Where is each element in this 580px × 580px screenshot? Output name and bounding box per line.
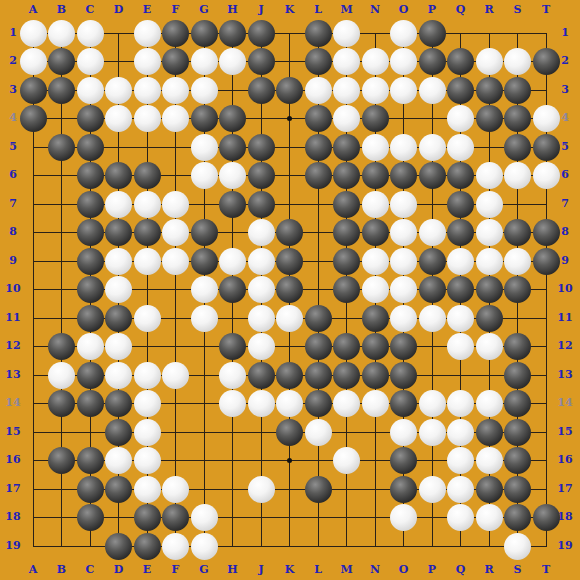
intersection-K3[interactable] bbox=[275, 76, 304, 105]
intersection-G5[interactable] bbox=[190, 133, 219, 162]
intersection-P16[interactable] bbox=[418, 446, 447, 475]
intersection-F6[interactable] bbox=[161, 161, 190, 190]
intersection-Q5[interactable] bbox=[446, 133, 475, 162]
intersection-D17[interactable] bbox=[104, 475, 133, 504]
intersection-G15[interactable] bbox=[190, 418, 219, 447]
intersection-J12[interactable] bbox=[247, 332, 276, 361]
intersection-O7[interactable] bbox=[389, 190, 418, 219]
intersection-E6[interactable] bbox=[133, 161, 162, 190]
intersection-O15[interactable] bbox=[389, 418, 418, 447]
intersection-E1[interactable] bbox=[133, 19, 162, 48]
intersection-Q4[interactable] bbox=[446, 104, 475, 133]
intersection-D4[interactable] bbox=[104, 104, 133, 133]
intersection-F16[interactable] bbox=[161, 446, 190, 475]
intersection-R17[interactable] bbox=[475, 475, 504, 504]
intersection-B19[interactable] bbox=[47, 532, 76, 561]
intersection-A11[interactable] bbox=[19, 304, 48, 333]
intersection-N9[interactable] bbox=[361, 247, 390, 276]
intersection-J11[interactable] bbox=[247, 304, 276, 333]
intersection-O2[interactable] bbox=[389, 47, 418, 76]
intersection-O12[interactable] bbox=[389, 332, 418, 361]
intersection-O19[interactable] bbox=[389, 532, 418, 561]
intersection-D8[interactable] bbox=[104, 218, 133, 247]
intersection-J7[interactable] bbox=[247, 190, 276, 219]
intersection-Q15[interactable] bbox=[446, 418, 475, 447]
intersection-M18[interactable] bbox=[332, 503, 361, 532]
intersection-C14[interactable] bbox=[76, 389, 105, 418]
intersection-A8[interactable] bbox=[19, 218, 48, 247]
intersection-P3[interactable] bbox=[418, 76, 447, 105]
intersection-C17[interactable] bbox=[76, 475, 105, 504]
intersection-S10[interactable] bbox=[503, 275, 532, 304]
intersection-O1[interactable] bbox=[389, 19, 418, 48]
intersection-S11[interactable] bbox=[503, 304, 532, 333]
intersection-Q16[interactable] bbox=[446, 446, 475, 475]
intersection-T15[interactable] bbox=[532, 418, 561, 447]
intersection-M9[interactable] bbox=[332, 247, 361, 276]
intersection-L5[interactable] bbox=[304, 133, 333, 162]
intersection-N6[interactable] bbox=[361, 161, 390, 190]
intersection-H7[interactable] bbox=[218, 190, 247, 219]
intersection-K13[interactable] bbox=[275, 361, 304, 390]
intersection-R8[interactable] bbox=[475, 218, 504, 247]
intersection-A10[interactable] bbox=[19, 275, 48, 304]
intersection-Q10[interactable] bbox=[446, 275, 475, 304]
intersection-K17[interactable] bbox=[275, 475, 304, 504]
intersection-S3[interactable] bbox=[503, 76, 532, 105]
intersection-N10[interactable] bbox=[361, 275, 390, 304]
intersection-C5[interactable] bbox=[76, 133, 105, 162]
intersection-A6[interactable] bbox=[19, 161, 48, 190]
intersection-C8[interactable] bbox=[76, 218, 105, 247]
intersection-A12[interactable] bbox=[19, 332, 48, 361]
intersection-N2[interactable] bbox=[361, 47, 390, 76]
intersection-E2[interactable] bbox=[133, 47, 162, 76]
intersection-M8[interactable] bbox=[332, 218, 361, 247]
intersection-P19[interactable] bbox=[418, 532, 447, 561]
intersection-K7[interactable] bbox=[275, 190, 304, 219]
intersection-P8[interactable] bbox=[418, 218, 447, 247]
intersection-T13[interactable] bbox=[532, 361, 561, 390]
intersection-O5[interactable] bbox=[389, 133, 418, 162]
intersection-K1[interactable] bbox=[275, 19, 304, 48]
intersection-A2[interactable] bbox=[19, 47, 48, 76]
intersection-M10[interactable] bbox=[332, 275, 361, 304]
intersection-J2[interactable] bbox=[247, 47, 276, 76]
intersection-J3[interactable] bbox=[247, 76, 276, 105]
intersection-S4[interactable] bbox=[503, 104, 532, 133]
intersection-L8[interactable] bbox=[304, 218, 333, 247]
intersection-N7[interactable] bbox=[361, 190, 390, 219]
intersection-P12[interactable] bbox=[418, 332, 447, 361]
intersection-R7[interactable] bbox=[475, 190, 504, 219]
intersection-T4[interactable] bbox=[532, 104, 561, 133]
intersection-F12[interactable] bbox=[161, 332, 190, 361]
intersection-F14[interactable] bbox=[161, 389, 190, 418]
intersection-P18[interactable] bbox=[418, 503, 447, 532]
intersection-J17[interactable] bbox=[247, 475, 276, 504]
intersection-L2[interactable] bbox=[304, 47, 333, 76]
intersection-J19[interactable] bbox=[247, 532, 276, 561]
intersection-C18[interactable] bbox=[76, 503, 105, 532]
intersection-C19[interactable] bbox=[76, 532, 105, 561]
intersection-C7[interactable] bbox=[76, 190, 105, 219]
intersection-N14[interactable] bbox=[361, 389, 390, 418]
intersection-J5[interactable] bbox=[247, 133, 276, 162]
intersection-R4[interactable] bbox=[475, 104, 504, 133]
intersection-P13[interactable] bbox=[418, 361, 447, 390]
intersection-D3[interactable] bbox=[104, 76, 133, 105]
intersection-K15[interactable] bbox=[275, 418, 304, 447]
intersection-D9[interactable] bbox=[104, 247, 133, 276]
intersection-E18[interactable] bbox=[133, 503, 162, 532]
intersection-M11[interactable] bbox=[332, 304, 361, 333]
intersection-T2[interactable] bbox=[532, 47, 561, 76]
intersection-T17[interactable] bbox=[532, 475, 561, 504]
intersection-O3[interactable] bbox=[389, 76, 418, 105]
intersection-H16[interactable] bbox=[218, 446, 247, 475]
intersection-R1[interactable] bbox=[475, 19, 504, 48]
intersection-T12[interactable] bbox=[532, 332, 561, 361]
intersection-E10[interactable] bbox=[133, 275, 162, 304]
intersection-E3[interactable] bbox=[133, 76, 162, 105]
intersection-C1[interactable] bbox=[76, 19, 105, 48]
intersection-H10[interactable] bbox=[218, 275, 247, 304]
intersection-J15[interactable] bbox=[247, 418, 276, 447]
intersection-M17[interactable] bbox=[332, 475, 361, 504]
intersection-N11[interactable] bbox=[361, 304, 390, 333]
intersection-R19[interactable] bbox=[475, 532, 504, 561]
intersection-D18[interactable] bbox=[104, 503, 133, 532]
intersection-A4[interactable] bbox=[19, 104, 48, 133]
intersection-C9[interactable] bbox=[76, 247, 105, 276]
intersection-F10[interactable] bbox=[161, 275, 190, 304]
intersection-H5[interactable] bbox=[218, 133, 247, 162]
intersection-B16[interactable] bbox=[47, 446, 76, 475]
intersection-O8[interactable] bbox=[389, 218, 418, 247]
intersection-R13[interactable] bbox=[475, 361, 504, 390]
intersection-L19[interactable] bbox=[304, 532, 333, 561]
intersection-K9[interactable] bbox=[275, 247, 304, 276]
intersection-S5[interactable] bbox=[503, 133, 532, 162]
intersection-K14[interactable] bbox=[275, 389, 304, 418]
intersection-E7[interactable] bbox=[133, 190, 162, 219]
intersection-D16[interactable] bbox=[104, 446, 133, 475]
intersection-R12[interactable] bbox=[475, 332, 504, 361]
intersection-E4[interactable] bbox=[133, 104, 162, 133]
intersection-D2[interactable] bbox=[104, 47, 133, 76]
intersection-J10[interactable] bbox=[247, 275, 276, 304]
intersection-E19[interactable] bbox=[133, 532, 162, 561]
intersection-H13[interactable] bbox=[218, 361, 247, 390]
intersection-L11[interactable] bbox=[304, 304, 333, 333]
intersection-F15[interactable] bbox=[161, 418, 190, 447]
intersection-S8[interactable] bbox=[503, 218, 532, 247]
intersection-L15[interactable] bbox=[304, 418, 333, 447]
intersection-G16[interactable] bbox=[190, 446, 219, 475]
intersection-B6[interactable] bbox=[47, 161, 76, 190]
intersection-B8[interactable] bbox=[47, 218, 76, 247]
intersection-N4[interactable] bbox=[361, 104, 390, 133]
intersection-L10[interactable] bbox=[304, 275, 333, 304]
intersection-O4[interactable] bbox=[389, 104, 418, 133]
intersection-M14[interactable] bbox=[332, 389, 361, 418]
intersection-B4[interactable] bbox=[47, 104, 76, 133]
intersection-D10[interactable] bbox=[104, 275, 133, 304]
intersection-S9[interactable] bbox=[503, 247, 532, 276]
intersection-P15[interactable] bbox=[418, 418, 447, 447]
intersection-Q3[interactable] bbox=[446, 76, 475, 105]
intersection-G7[interactable] bbox=[190, 190, 219, 219]
intersection-M15[interactable] bbox=[332, 418, 361, 447]
intersection-K2[interactable] bbox=[275, 47, 304, 76]
intersection-G18[interactable] bbox=[190, 503, 219, 532]
intersection-C16[interactable] bbox=[76, 446, 105, 475]
intersection-B12[interactable] bbox=[47, 332, 76, 361]
intersection-L1[interactable] bbox=[304, 19, 333, 48]
intersection-S16[interactable] bbox=[503, 446, 532, 475]
intersection-O9[interactable] bbox=[389, 247, 418, 276]
intersection-K12[interactable] bbox=[275, 332, 304, 361]
intersection-Q6[interactable] bbox=[446, 161, 475, 190]
intersection-Q14[interactable] bbox=[446, 389, 475, 418]
intersection-T11[interactable] bbox=[532, 304, 561, 333]
intersection-M2[interactable] bbox=[332, 47, 361, 76]
intersection-P11[interactable] bbox=[418, 304, 447, 333]
intersection-J13[interactable] bbox=[247, 361, 276, 390]
intersection-H2[interactable] bbox=[218, 47, 247, 76]
intersection-J16[interactable] bbox=[247, 446, 276, 475]
intersection-C11[interactable] bbox=[76, 304, 105, 333]
intersection-P10[interactable] bbox=[418, 275, 447, 304]
intersection-N12[interactable] bbox=[361, 332, 390, 361]
intersection-T19[interactable] bbox=[532, 532, 561, 561]
intersection-S15[interactable] bbox=[503, 418, 532, 447]
intersection-N3[interactable] bbox=[361, 76, 390, 105]
intersection-M16[interactable] bbox=[332, 446, 361, 475]
intersection-E14[interactable] bbox=[133, 389, 162, 418]
intersection-G11[interactable] bbox=[190, 304, 219, 333]
intersection-D19[interactable] bbox=[104, 532, 133, 561]
intersection-Q11[interactable] bbox=[446, 304, 475, 333]
intersection-E16[interactable] bbox=[133, 446, 162, 475]
intersection-H8[interactable] bbox=[218, 218, 247, 247]
intersection-L3[interactable] bbox=[304, 76, 333, 105]
intersection-A17[interactable] bbox=[19, 475, 48, 504]
intersection-L13[interactable] bbox=[304, 361, 333, 390]
intersection-L4[interactable] bbox=[304, 104, 333, 133]
intersection-J14[interactable] bbox=[247, 389, 276, 418]
intersection-O14[interactable] bbox=[389, 389, 418, 418]
intersection-H18[interactable] bbox=[218, 503, 247, 532]
intersection-P5[interactable] bbox=[418, 133, 447, 162]
intersection-L16[interactable] bbox=[304, 446, 333, 475]
intersection-G10[interactable] bbox=[190, 275, 219, 304]
intersection-G19[interactable] bbox=[190, 532, 219, 561]
intersection-R9[interactable] bbox=[475, 247, 504, 276]
intersection-Q1[interactable] bbox=[446, 19, 475, 48]
intersection-B18[interactable] bbox=[47, 503, 76, 532]
intersection-L6[interactable] bbox=[304, 161, 333, 190]
intersection-R2[interactable] bbox=[475, 47, 504, 76]
intersection-F5[interactable] bbox=[161, 133, 190, 162]
intersection-H4[interactable] bbox=[218, 104, 247, 133]
intersection-F3[interactable] bbox=[161, 76, 190, 105]
intersection-E17[interactable] bbox=[133, 475, 162, 504]
intersection-B11[interactable] bbox=[47, 304, 76, 333]
intersection-G6[interactable] bbox=[190, 161, 219, 190]
intersection-J9[interactable] bbox=[247, 247, 276, 276]
intersection-D15[interactable] bbox=[104, 418, 133, 447]
intersection-R16[interactable] bbox=[475, 446, 504, 475]
intersection-R5[interactable] bbox=[475, 133, 504, 162]
intersection-E9[interactable] bbox=[133, 247, 162, 276]
intersection-S6[interactable] bbox=[503, 161, 532, 190]
intersection-A19[interactable] bbox=[19, 532, 48, 561]
intersection-S2[interactable] bbox=[503, 47, 532, 76]
intersection-J4[interactable] bbox=[247, 104, 276, 133]
intersection-E8[interactable] bbox=[133, 218, 162, 247]
intersection-Q12[interactable] bbox=[446, 332, 475, 361]
intersection-O6[interactable] bbox=[389, 161, 418, 190]
intersection-G2[interactable] bbox=[190, 47, 219, 76]
intersection-Q9[interactable] bbox=[446, 247, 475, 276]
intersection-A7[interactable] bbox=[19, 190, 48, 219]
intersection-L17[interactable] bbox=[304, 475, 333, 504]
intersection-N13[interactable] bbox=[361, 361, 390, 390]
intersection-K4[interactable] bbox=[275, 104, 304, 133]
intersection-G1[interactable] bbox=[190, 19, 219, 48]
intersection-H3[interactable] bbox=[218, 76, 247, 105]
intersection-B14[interactable] bbox=[47, 389, 76, 418]
intersection-H14[interactable] bbox=[218, 389, 247, 418]
intersection-T18[interactable] bbox=[532, 503, 561, 532]
intersection-C4[interactable] bbox=[76, 104, 105, 133]
intersection-A18[interactable] bbox=[19, 503, 48, 532]
intersection-S14[interactable] bbox=[503, 389, 532, 418]
intersection-F4[interactable] bbox=[161, 104, 190, 133]
intersection-C3[interactable] bbox=[76, 76, 105, 105]
intersection-H1[interactable] bbox=[218, 19, 247, 48]
intersection-T1[interactable] bbox=[532, 19, 561, 48]
intersection-K11[interactable] bbox=[275, 304, 304, 333]
intersection-R14[interactable] bbox=[475, 389, 504, 418]
intersection-R11[interactable] bbox=[475, 304, 504, 333]
intersection-H15[interactable] bbox=[218, 418, 247, 447]
intersection-M6[interactable] bbox=[332, 161, 361, 190]
intersection-N16[interactable] bbox=[361, 446, 390, 475]
intersection-O18[interactable] bbox=[389, 503, 418, 532]
intersection-G3[interactable] bbox=[190, 76, 219, 105]
intersection-A15[interactable] bbox=[19, 418, 48, 447]
intersection-S12[interactable] bbox=[503, 332, 532, 361]
intersection-L14[interactable] bbox=[304, 389, 333, 418]
intersection-B2[interactable] bbox=[47, 47, 76, 76]
intersection-F17[interactable] bbox=[161, 475, 190, 504]
intersection-T7[interactable] bbox=[532, 190, 561, 219]
intersection-S17[interactable] bbox=[503, 475, 532, 504]
intersection-B13[interactable] bbox=[47, 361, 76, 390]
intersection-K18[interactable] bbox=[275, 503, 304, 532]
intersection-K19[interactable] bbox=[275, 532, 304, 561]
intersection-K5[interactable] bbox=[275, 133, 304, 162]
intersection-Q19[interactable] bbox=[446, 532, 475, 561]
intersection-G9[interactable] bbox=[190, 247, 219, 276]
intersection-C2[interactable] bbox=[76, 47, 105, 76]
intersection-G4[interactable] bbox=[190, 104, 219, 133]
intersection-E12[interactable] bbox=[133, 332, 162, 361]
intersection-A1[interactable] bbox=[19, 19, 48, 48]
intersection-C6[interactable] bbox=[76, 161, 105, 190]
intersection-F11[interactable] bbox=[161, 304, 190, 333]
intersection-P14[interactable] bbox=[418, 389, 447, 418]
intersection-D7[interactable] bbox=[104, 190, 133, 219]
intersection-O10[interactable] bbox=[389, 275, 418, 304]
intersection-Q13[interactable] bbox=[446, 361, 475, 390]
intersection-K6[interactable] bbox=[275, 161, 304, 190]
intersection-D12[interactable] bbox=[104, 332, 133, 361]
intersection-T16[interactable] bbox=[532, 446, 561, 475]
intersection-N17[interactable] bbox=[361, 475, 390, 504]
intersection-O13[interactable] bbox=[389, 361, 418, 390]
intersection-P6[interactable] bbox=[418, 161, 447, 190]
intersection-O11[interactable] bbox=[389, 304, 418, 333]
intersection-L12[interactable] bbox=[304, 332, 333, 361]
intersection-M19[interactable] bbox=[332, 532, 361, 561]
intersection-G8[interactable] bbox=[190, 218, 219, 247]
intersection-D14[interactable] bbox=[104, 389, 133, 418]
intersection-H6[interactable] bbox=[218, 161, 247, 190]
intersection-N18[interactable] bbox=[361, 503, 390, 532]
intersection-B9[interactable] bbox=[47, 247, 76, 276]
intersection-D5[interactable] bbox=[104, 133, 133, 162]
intersection-D11[interactable] bbox=[104, 304, 133, 333]
intersection-M5[interactable] bbox=[332, 133, 361, 162]
intersection-N5[interactable] bbox=[361, 133, 390, 162]
intersection-M1[interactable] bbox=[332, 19, 361, 48]
intersection-F19[interactable] bbox=[161, 532, 190, 561]
intersection-P17[interactable] bbox=[418, 475, 447, 504]
intersection-A9[interactable] bbox=[19, 247, 48, 276]
intersection-J6[interactable] bbox=[247, 161, 276, 190]
intersection-F2[interactable] bbox=[161, 47, 190, 76]
intersection-A13[interactable] bbox=[19, 361, 48, 390]
intersection-A5[interactable] bbox=[19, 133, 48, 162]
intersection-F8[interactable] bbox=[161, 218, 190, 247]
intersection-B17[interactable] bbox=[47, 475, 76, 504]
intersection-Q2[interactable] bbox=[446, 47, 475, 76]
intersection-P2[interactable] bbox=[418, 47, 447, 76]
intersection-S19[interactable] bbox=[503, 532, 532, 561]
intersection-K10[interactable] bbox=[275, 275, 304, 304]
intersection-Q18[interactable] bbox=[446, 503, 475, 532]
intersection-P1[interactable] bbox=[418, 19, 447, 48]
intersection-C10[interactable] bbox=[76, 275, 105, 304]
intersection-B10[interactable] bbox=[47, 275, 76, 304]
intersection-J8[interactable] bbox=[247, 218, 276, 247]
intersection-S1[interactable] bbox=[503, 19, 532, 48]
intersection-C13[interactable] bbox=[76, 361, 105, 390]
intersection-C12[interactable] bbox=[76, 332, 105, 361]
intersection-T6[interactable] bbox=[532, 161, 561, 190]
intersection-H9[interactable] bbox=[218, 247, 247, 276]
intersection-B15[interactable] bbox=[47, 418, 76, 447]
intersection-A16[interactable] bbox=[19, 446, 48, 475]
intersection-P9[interactable] bbox=[418, 247, 447, 276]
intersection-F1[interactable] bbox=[161, 19, 190, 48]
intersection-G14[interactable] bbox=[190, 389, 219, 418]
intersection-M13[interactable] bbox=[332, 361, 361, 390]
